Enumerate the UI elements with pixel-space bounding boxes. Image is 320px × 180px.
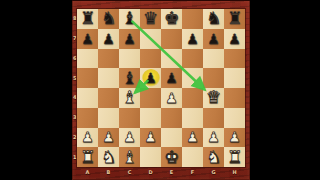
- piece-black-pawn-a7[interactable]: ♟: [81, 31, 94, 45]
- square-a1[interactable]: ♜: [77, 147, 98, 167]
- square-h2[interactable]: ♟: [224, 128, 245, 148]
- file-label-f: F: [182, 170, 203, 175]
- square-g5[interactable]: [203, 68, 224, 88]
- square-b8[interactable]: ♞: [98, 9, 119, 29]
- piece-white-bishop-c1[interactable]: ♝: [122, 148, 137, 165]
- square-e1[interactable]: ♚: [161, 147, 182, 167]
- square-d4[interactable]: [140, 88, 161, 108]
- chess-board-frame: 87654321 ABCDEFGH ♜♞♝♛♚♞♜♟♟♟♟♟♟♝♟♟♝♟♛♟♟♟…: [72, 0, 250, 180]
- square-c8[interactable]: ♝: [119, 9, 140, 29]
- piece-black-rook-a8[interactable]: ♜: [80, 10, 95, 27]
- piece-white-rook-h1[interactable]: ♜: [227, 148, 242, 165]
- piece-black-pawn-e5[interactable]: ♟: [165, 71, 178, 85]
- file-label-g: G: [203, 170, 224, 175]
- file-label-e: E: [161, 170, 182, 175]
- file-label-a: A: [77, 170, 98, 175]
- square-e6[interactable]: [161, 49, 182, 69]
- piece-white-rook-a1[interactable]: ♜: [80, 148, 95, 165]
- square-c3[interactable]: [119, 108, 140, 128]
- square-c4[interactable]: ♝: [119, 88, 140, 108]
- square-c1[interactable]: ♝: [119, 147, 140, 167]
- piece-white-pawn-d2[interactable]: ♟: [144, 130, 157, 144]
- square-a2[interactable]: ♟: [77, 128, 98, 148]
- square-g3[interactable]: [203, 108, 224, 128]
- piece-white-pawn-e4[interactable]: ♟: [165, 90, 178, 104]
- square-g2[interactable]: ♟: [203, 128, 224, 148]
- square-e4[interactable]: ♟: [161, 88, 182, 108]
- square-g4[interactable]: ♛: [203, 88, 224, 108]
- video-frame: 87654321 ABCDEFGH ♜♞♝♛♚♞♜♟♟♟♟♟♟♝♟♟♝♟♛♟♟♟…: [0, 0, 320, 180]
- piece-black-bishop-c8[interactable]: ♝: [122, 10, 137, 27]
- square-b1[interactable]: ♞: [98, 147, 119, 167]
- piece-black-queen-d8[interactable]: ♛: [143, 10, 158, 27]
- file-label-d: D: [140, 170, 161, 175]
- file-label-c: C: [119, 170, 140, 175]
- piece-black-pawn-f7[interactable]: ♟: [186, 31, 199, 45]
- piece-white-pawn-g2[interactable]: ♟: [207, 130, 220, 144]
- piece-white-pawn-b2[interactable]: ♟: [102, 130, 115, 144]
- square-d1[interactable]: [140, 147, 161, 167]
- piece-white-king-e1[interactable]: ♚: [164, 148, 179, 165]
- piece-black-knight-g8[interactable]: ♞: [206, 10, 221, 27]
- square-f4[interactable]: [182, 88, 203, 108]
- square-f7[interactable]: ♟: [182, 29, 203, 49]
- square-g1[interactable]: ♞: [203, 147, 224, 167]
- piece-white-bishop-c4[interactable]: ♝: [122, 89, 137, 106]
- piece-black-pawn-d5[interactable]: ♟: [144, 71, 157, 85]
- piece-black-pawn-c7[interactable]: ♟: [123, 31, 136, 45]
- piece-black-pawn-b7[interactable]: ♟: [102, 31, 115, 45]
- piece-white-pawn-c2[interactable]: ♟: [123, 130, 136, 144]
- square-b2[interactable]: ♟: [98, 128, 119, 148]
- square-e3[interactable]: [161, 108, 182, 128]
- square-h5[interactable]: [224, 68, 245, 88]
- square-a5[interactable]: [77, 68, 98, 88]
- square-h1[interactable]: ♜: [224, 147, 245, 167]
- square-a8[interactable]: ♜: [77, 9, 98, 29]
- piece-black-bishop-c5[interactable]: ♝: [122, 69, 137, 86]
- square-d8[interactable]: ♛: [140, 9, 161, 29]
- piece-white-queen-g4[interactable]: ♛: [206, 89, 221, 106]
- square-f5[interactable]: [182, 68, 203, 88]
- square-a6[interactable]: [77, 49, 98, 69]
- square-d6[interactable]: [140, 49, 161, 69]
- piece-white-pawn-a2[interactable]: ♟: [81, 130, 94, 144]
- square-d7[interactable]: [140, 29, 161, 49]
- chess-board: ♜♞♝♛♚♞♜♟♟♟♟♟♟♝♟♟♝♟♛♟♟♟♟♟♟♟♜♞♝♚♞♜: [77, 9, 245, 167]
- square-f6[interactable]: [182, 49, 203, 69]
- piece-white-pawn-h2[interactable]: ♟: [228, 130, 241, 144]
- file-label-h: H: [224, 170, 245, 175]
- square-c5[interactable]: ♝: [119, 68, 140, 88]
- square-a4[interactable]: [77, 88, 98, 108]
- square-h4[interactable]: [224, 88, 245, 108]
- square-b3[interactable]: [98, 108, 119, 128]
- square-h6[interactable]: [224, 49, 245, 69]
- square-g6[interactable]: [203, 49, 224, 69]
- square-d2[interactable]: ♟: [140, 128, 161, 148]
- piece-white-knight-b1[interactable]: ♞: [101, 148, 116, 165]
- square-g7[interactable]: ♟: [203, 29, 224, 49]
- square-c7[interactable]: ♟: [119, 29, 140, 49]
- piece-black-king-e8[interactable]: ♚: [164, 10, 179, 27]
- square-h8[interactable]: ♜: [224, 9, 245, 29]
- square-e8[interactable]: ♚: [161, 9, 182, 29]
- square-c2[interactable]: ♟: [119, 128, 140, 148]
- piece-black-pawn-g7[interactable]: ♟: [207, 31, 220, 45]
- square-e7[interactable]: [161, 29, 182, 49]
- square-e5[interactable]: ♟: [161, 68, 182, 88]
- square-g8[interactable]: ♞: [203, 9, 224, 29]
- square-h3[interactable]: [224, 108, 245, 128]
- piece-black-pawn-h7[interactable]: ♟: [228, 31, 241, 45]
- square-e2[interactable]: [161, 128, 182, 148]
- square-f2[interactable]: ♟: [182, 128, 203, 148]
- square-b7[interactable]: ♟: [98, 29, 119, 49]
- piece-white-knight-g1[interactable]: ♞: [206, 148, 221, 165]
- square-h7[interactable]: ♟: [224, 29, 245, 49]
- square-d5[interactable]: ♟: [140, 68, 161, 88]
- square-f1[interactable]: [182, 147, 203, 167]
- square-b5[interactable]: [98, 68, 119, 88]
- piece-white-pawn-f2[interactable]: ♟: [186, 130, 199, 144]
- square-b6[interactable]: [98, 49, 119, 69]
- square-a3[interactable]: [77, 108, 98, 128]
- file-label-b: B: [98, 170, 119, 175]
- piece-black-knight-b8[interactable]: ♞: [101, 10, 116, 27]
- square-d3[interactable]: [140, 108, 161, 128]
- piece-black-rook-h8[interactable]: ♜: [227, 10, 242, 27]
- square-f8[interactable]: [182, 9, 203, 29]
- square-b4[interactable]: [98, 88, 119, 108]
- square-f3[interactable]: [182, 108, 203, 128]
- square-a7[interactable]: ♟: [77, 29, 98, 49]
- square-c6[interactable]: [119, 49, 140, 69]
